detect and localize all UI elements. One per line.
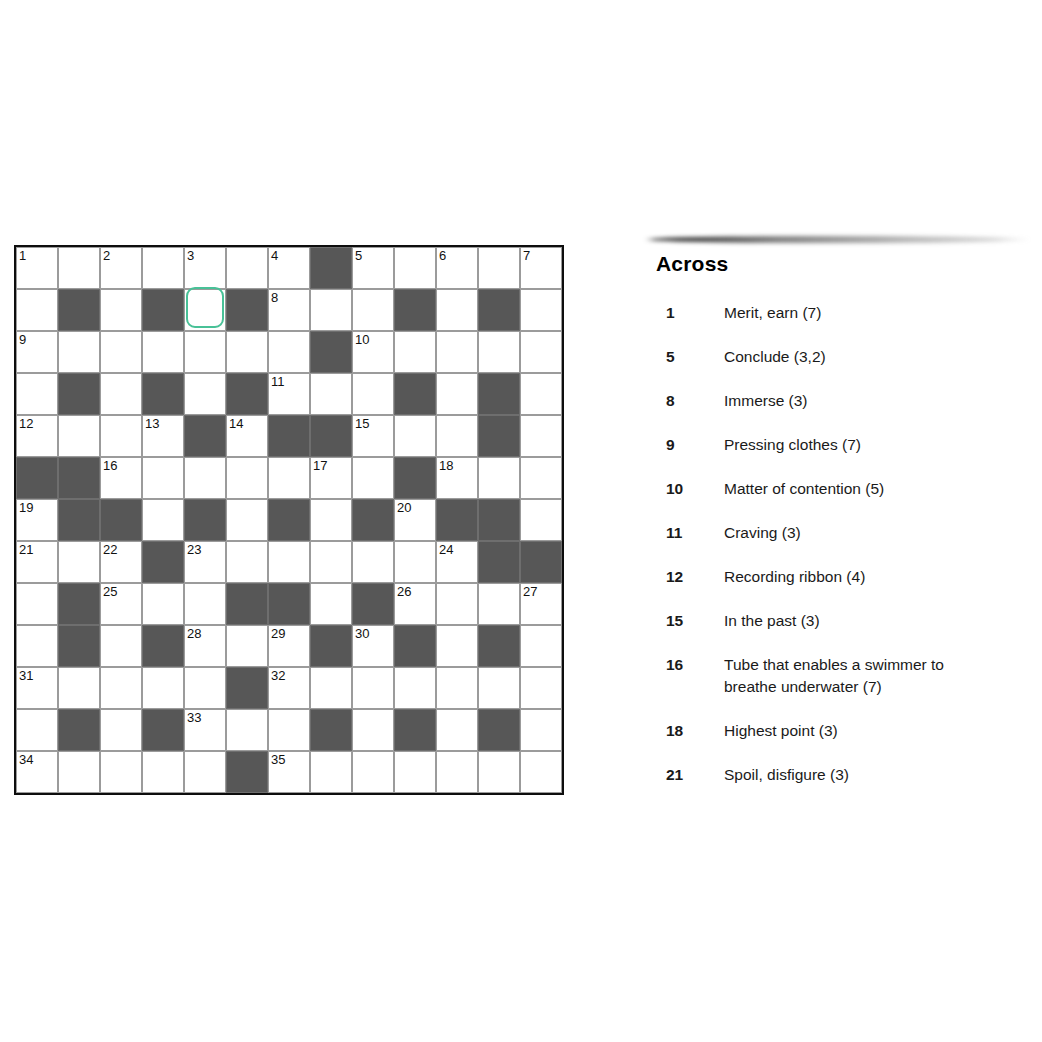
cell-number: 19	[19, 500, 33, 515]
grid-cell[interactable]	[226, 709, 268, 751]
grid-cell[interactable]	[58, 541, 100, 583]
selection-cursor	[186, 287, 224, 328]
grid-cell[interactable]	[310, 499, 352, 541]
grid-cell[interactable]	[478, 247, 520, 289]
grid-cell[interactable]	[478, 583, 520, 625]
grid-cell[interactable]	[478, 667, 520, 709]
black-cell	[478, 289, 520, 331]
grid-cell[interactable]	[436, 583, 478, 625]
grid-cell[interactable]: 11	[268, 373, 310, 415]
cell-number: 30	[355, 626, 369, 641]
black-cell	[58, 583, 100, 625]
grid-cell[interactable]: 26	[394, 583, 436, 625]
grid-cell[interactable]	[394, 751, 436, 793]
cell-number: 1	[19, 248, 26, 263]
grid-cell[interactable]	[268, 457, 310, 499]
black-cell	[394, 289, 436, 331]
clue-text: Recording ribbon (4)	[724, 566, 865, 588]
clue-item: 5Conclude (3,2)	[656, 346, 1038, 368]
grid-cell[interactable]	[520, 331, 562, 373]
cell-number: 3	[187, 248, 194, 263]
grid-cell[interactable]	[100, 667, 142, 709]
grid-cell[interactable]	[184, 289, 226, 331]
clue-text: Pressing clothes (7)	[724, 434, 861, 456]
grid-cell[interactable]: 34	[16, 751, 58, 793]
clue-number: 15	[656, 610, 724, 632]
black-cell	[142, 625, 184, 667]
grid-cell[interactable]	[436, 667, 478, 709]
grid-cell[interactable]: 29	[268, 625, 310, 667]
grid-cell[interactable]	[226, 625, 268, 667]
grid-cell[interactable]	[310, 583, 352, 625]
grid-cell[interactable]	[142, 667, 184, 709]
black-cell	[58, 373, 100, 415]
grid-cell[interactable]	[142, 247, 184, 289]
clue-number: 18	[656, 720, 724, 742]
cell-number: 29	[271, 626, 285, 641]
black-cell	[226, 583, 268, 625]
cell-number: 10	[355, 332, 369, 347]
cell-number: 16	[103, 458, 117, 473]
cell-number: 15	[355, 416, 369, 431]
grid-cell[interactable]: 19	[16, 499, 58, 541]
grid-cell[interactable]	[16, 373, 58, 415]
grid-cell[interactable]	[268, 331, 310, 373]
black-cell	[478, 541, 520, 583]
grid-cell[interactable]	[184, 331, 226, 373]
grid-cell[interactable]	[58, 415, 100, 457]
cell-number: 18	[439, 458, 453, 473]
grid-cell[interactable]	[352, 667, 394, 709]
black-cell	[184, 499, 226, 541]
grid-cell[interactable]: 25	[100, 583, 142, 625]
grid-cell[interactable]: 7	[520, 247, 562, 289]
grid-cell[interactable]	[100, 751, 142, 793]
black-cell	[142, 373, 184, 415]
clue-item: 15In the past (3)	[656, 610, 1038, 632]
grid-cell[interactable]	[226, 247, 268, 289]
grid-cell[interactable]	[268, 709, 310, 751]
cell-number: 5	[355, 248, 362, 263]
black-cell	[142, 709, 184, 751]
black-cell	[142, 289, 184, 331]
black-cell	[436, 499, 478, 541]
clue-number: 11	[656, 522, 724, 544]
grid-cell[interactable]	[310, 289, 352, 331]
grid-cell[interactable]: 30	[352, 625, 394, 667]
crossword-grid: 1234567891011121314151617181920212223242…	[14, 245, 564, 795]
grid-cell[interactable]	[58, 331, 100, 373]
grid-cell[interactable]	[226, 541, 268, 583]
clue-item: 16Tube that enables a swimmer to breathe…	[656, 654, 1038, 698]
grid-cell[interactable]	[436, 373, 478, 415]
grid-cell[interactable]	[310, 667, 352, 709]
black-cell	[310, 247, 352, 289]
clue-number: 21	[656, 764, 724, 786]
grid-cell[interactable]	[142, 457, 184, 499]
cell-number: 17	[313, 458, 327, 473]
black-cell	[352, 583, 394, 625]
grid-cell[interactable]	[184, 583, 226, 625]
cell-number: 26	[397, 584, 411, 599]
grid-cell[interactable]	[436, 751, 478, 793]
grid-cell[interactable]	[310, 373, 352, 415]
black-cell	[478, 415, 520, 457]
grid-cell[interactable]	[394, 247, 436, 289]
black-cell	[58, 289, 100, 331]
grid-cell[interactable]	[58, 247, 100, 289]
black-cell	[394, 625, 436, 667]
clue-text: Conclude (3,2)	[724, 346, 826, 368]
grid-cell[interactable]	[478, 331, 520, 373]
grid-cell[interactable]	[184, 373, 226, 415]
black-cell	[478, 625, 520, 667]
grid-cell[interactable]	[100, 331, 142, 373]
cell-number: 22	[103, 542, 117, 557]
grid-cell[interactable]	[394, 415, 436, 457]
grid-cell[interactable]	[226, 499, 268, 541]
grid-cell[interactable]	[520, 457, 562, 499]
cell-number: 35	[271, 752, 285, 767]
grid-cell[interactable]: 33	[184, 709, 226, 751]
cell-number: 2	[103, 248, 110, 263]
grid-cell[interactable]	[184, 457, 226, 499]
grid-cell[interactable]	[352, 709, 394, 751]
black-cell	[268, 499, 310, 541]
grid-cell[interactable]	[436, 331, 478, 373]
black-cell	[310, 709, 352, 751]
black-cell	[58, 499, 100, 541]
grid-cell[interactable]	[352, 541, 394, 583]
grid-cell[interactable]: 21	[16, 541, 58, 583]
grid-cell[interactable]: 23	[184, 541, 226, 583]
cell-number: 23	[187, 542, 201, 557]
grid-cell[interactable]	[520, 709, 562, 751]
cell-number: 24	[439, 542, 453, 557]
black-cell	[226, 373, 268, 415]
grid-cell[interactable]: 13	[142, 415, 184, 457]
cell-number: 7	[523, 248, 530, 263]
grid-cell[interactable]	[520, 415, 562, 457]
grid-cell[interactable]	[142, 499, 184, 541]
grid-cell[interactable]	[478, 457, 520, 499]
clue-text: Highest point (3)	[724, 720, 838, 742]
grid-cell[interactable]: 27	[520, 583, 562, 625]
clue-item: 8Immerse (3)	[656, 390, 1038, 412]
grid-cell[interactable]	[352, 373, 394, 415]
grid-cell[interactable]: 10	[352, 331, 394, 373]
grid-cell[interactable]	[520, 625, 562, 667]
grid-cell[interactable]	[310, 751, 352, 793]
black-cell	[310, 331, 352, 373]
grid-cell[interactable]: 20	[394, 499, 436, 541]
grid-cell[interactable]: 6	[436, 247, 478, 289]
cell-number: 27	[523, 584, 537, 599]
grid-cell[interactable]: 32	[268, 667, 310, 709]
grid-cell[interactable]	[520, 289, 562, 331]
grid-cell[interactable]	[100, 709, 142, 751]
clue-item: 1Merit, earn (7)	[656, 302, 1038, 324]
grid-cell[interactable]	[394, 541, 436, 583]
grid-cell[interactable]: 1	[16, 247, 58, 289]
grid-cell[interactable]: 12	[16, 415, 58, 457]
cell-number: 8	[271, 290, 278, 305]
cell-number: 31	[19, 668, 33, 683]
grid-cell[interactable]: 22	[100, 541, 142, 583]
grid-cell[interactable]: 15	[352, 415, 394, 457]
black-cell	[58, 625, 100, 667]
grid-cell[interactable]	[16, 583, 58, 625]
grid-cell[interactable]: 3	[184, 247, 226, 289]
black-cell	[310, 625, 352, 667]
grid-cell[interactable]	[142, 751, 184, 793]
cell-number: 33	[187, 710, 201, 725]
black-cell	[478, 373, 520, 415]
grid-cell[interactable]	[226, 457, 268, 499]
clue-item: 18Highest point (3)	[656, 720, 1038, 742]
grid-cell[interactable]: 2	[100, 247, 142, 289]
grid-cell[interactable]	[58, 667, 100, 709]
grid-cell[interactable]: 5	[352, 247, 394, 289]
black-cell	[310, 415, 352, 457]
black-cell	[268, 415, 310, 457]
grid-cell[interactable]	[16, 625, 58, 667]
grid-cell[interactable]	[16, 289, 58, 331]
grid-cell[interactable]	[520, 751, 562, 793]
grid-cell[interactable]	[142, 331, 184, 373]
grid-cell[interactable]	[394, 667, 436, 709]
cell-number: 28	[187, 626, 201, 641]
clue-item: 12Recording ribbon (4)	[656, 566, 1038, 588]
grid-cell[interactable]: 4	[268, 247, 310, 289]
cell-number: 12	[19, 416, 33, 431]
grid-cell[interactable]	[436, 709, 478, 751]
clue-number: 16	[656, 654, 724, 676]
black-cell	[352, 499, 394, 541]
black-cell	[520, 541, 562, 583]
grid-cell[interactable]	[268, 541, 310, 583]
grid-cell[interactable]	[520, 499, 562, 541]
grid-cell[interactable]	[310, 541, 352, 583]
cell-number: 14	[229, 416, 243, 431]
cell-number: 32	[271, 668, 285, 683]
grid-cell[interactable]	[436, 625, 478, 667]
grid-cell[interactable]	[520, 667, 562, 709]
grid-cell[interactable]	[58, 751, 100, 793]
grid-cell[interactable]: 35	[268, 751, 310, 793]
cell-number: 13	[145, 416, 159, 431]
black-cell	[58, 457, 100, 499]
grid-cell[interactable]	[436, 415, 478, 457]
across-heading: Across	[656, 252, 1038, 276]
grid-cell[interactable]	[184, 667, 226, 709]
clue-number: 10	[656, 478, 724, 500]
clue-item: 11Craving (3)	[656, 522, 1038, 544]
grid-cell[interactable]	[142, 583, 184, 625]
grid-cell[interactable]	[352, 457, 394, 499]
grid-cell[interactable]	[100, 373, 142, 415]
clue-text: Tube that enables a swimmer to breathe u…	[724, 654, 986, 698]
grid-cell[interactable]: 14	[226, 415, 268, 457]
grid-cell[interactable]	[478, 751, 520, 793]
cell-number: 9	[19, 332, 26, 347]
black-cell	[478, 709, 520, 751]
clue-number: 8	[656, 390, 724, 412]
grid-cell[interactable]: 17	[310, 457, 352, 499]
grid-cell[interactable]: 28	[184, 625, 226, 667]
cell-number: 34	[19, 752, 33, 767]
grid-cell[interactable]	[520, 373, 562, 415]
cell-number: 21	[19, 542, 33, 557]
grid-cell[interactable]: 24	[436, 541, 478, 583]
grid-cell[interactable]: 8	[268, 289, 310, 331]
black-cell	[394, 373, 436, 415]
grid-cell[interactable]: 31	[16, 667, 58, 709]
clue-text: In the past (3)	[724, 610, 820, 632]
grid-cell[interactable]	[184, 751, 226, 793]
black-cell	[58, 709, 100, 751]
black-cell	[394, 709, 436, 751]
cell-number: 20	[397, 500, 411, 515]
clue-text: Immerse (3)	[724, 390, 808, 412]
black-cell	[226, 667, 268, 709]
grid-cell[interactable]	[352, 751, 394, 793]
grid-cell[interactable]	[226, 331, 268, 373]
grid-cell[interactable]: 9	[16, 331, 58, 373]
clue-item: 9Pressing clothes (7)	[656, 434, 1038, 456]
grid-cell[interactable]	[100, 415, 142, 457]
grid-cell[interactable]: 18	[436, 457, 478, 499]
grid-cell[interactable]	[16, 709, 58, 751]
cell-number: 11	[271, 374, 285, 389]
clue-text: Matter of contention (5)	[724, 478, 884, 500]
black-cell	[100, 499, 142, 541]
clue-number: 9	[656, 434, 724, 456]
across-clue-list: 1Merit, earn (7)5Conclude (3,2)8Immerse …	[656, 302, 1038, 786]
clue-text: Craving (3)	[724, 522, 801, 544]
black-cell	[226, 751, 268, 793]
clue-item: 21Spoil, disfigure (3)	[656, 764, 1038, 786]
across-clues-panel: Across 1Merit, earn (7)5Conclude (3,2)8I…	[656, 252, 1038, 808]
clue-text: Merit, earn (7)	[724, 302, 821, 324]
grid-cell[interactable]	[436, 289, 478, 331]
black-cell	[184, 415, 226, 457]
clue-item: 10Matter of contention (5)	[656, 478, 1038, 500]
cell-number: 25	[103, 584, 117, 599]
clue-number: 12	[656, 566, 724, 588]
grid-cell[interactable]	[394, 331, 436, 373]
black-cell	[16, 457, 58, 499]
grid-cell[interactable]	[100, 625, 142, 667]
black-cell	[478, 499, 520, 541]
grid-cell[interactable]	[100, 289, 142, 331]
black-cell	[142, 541, 184, 583]
black-cell	[226, 289, 268, 331]
black-cell	[394, 457, 436, 499]
clue-text: Spoil, disfigure (3)	[724, 764, 849, 786]
page-edge-shadow	[644, 236, 1032, 243]
clue-number: 1	[656, 302, 724, 324]
cell-number: 6	[439, 248, 446, 263]
grid-cell[interactable]	[352, 289, 394, 331]
grid-cell[interactable]: 16	[100, 457, 142, 499]
cell-number: 4	[271, 248, 278, 263]
black-cell	[268, 583, 310, 625]
clue-number: 5	[656, 346, 724, 368]
